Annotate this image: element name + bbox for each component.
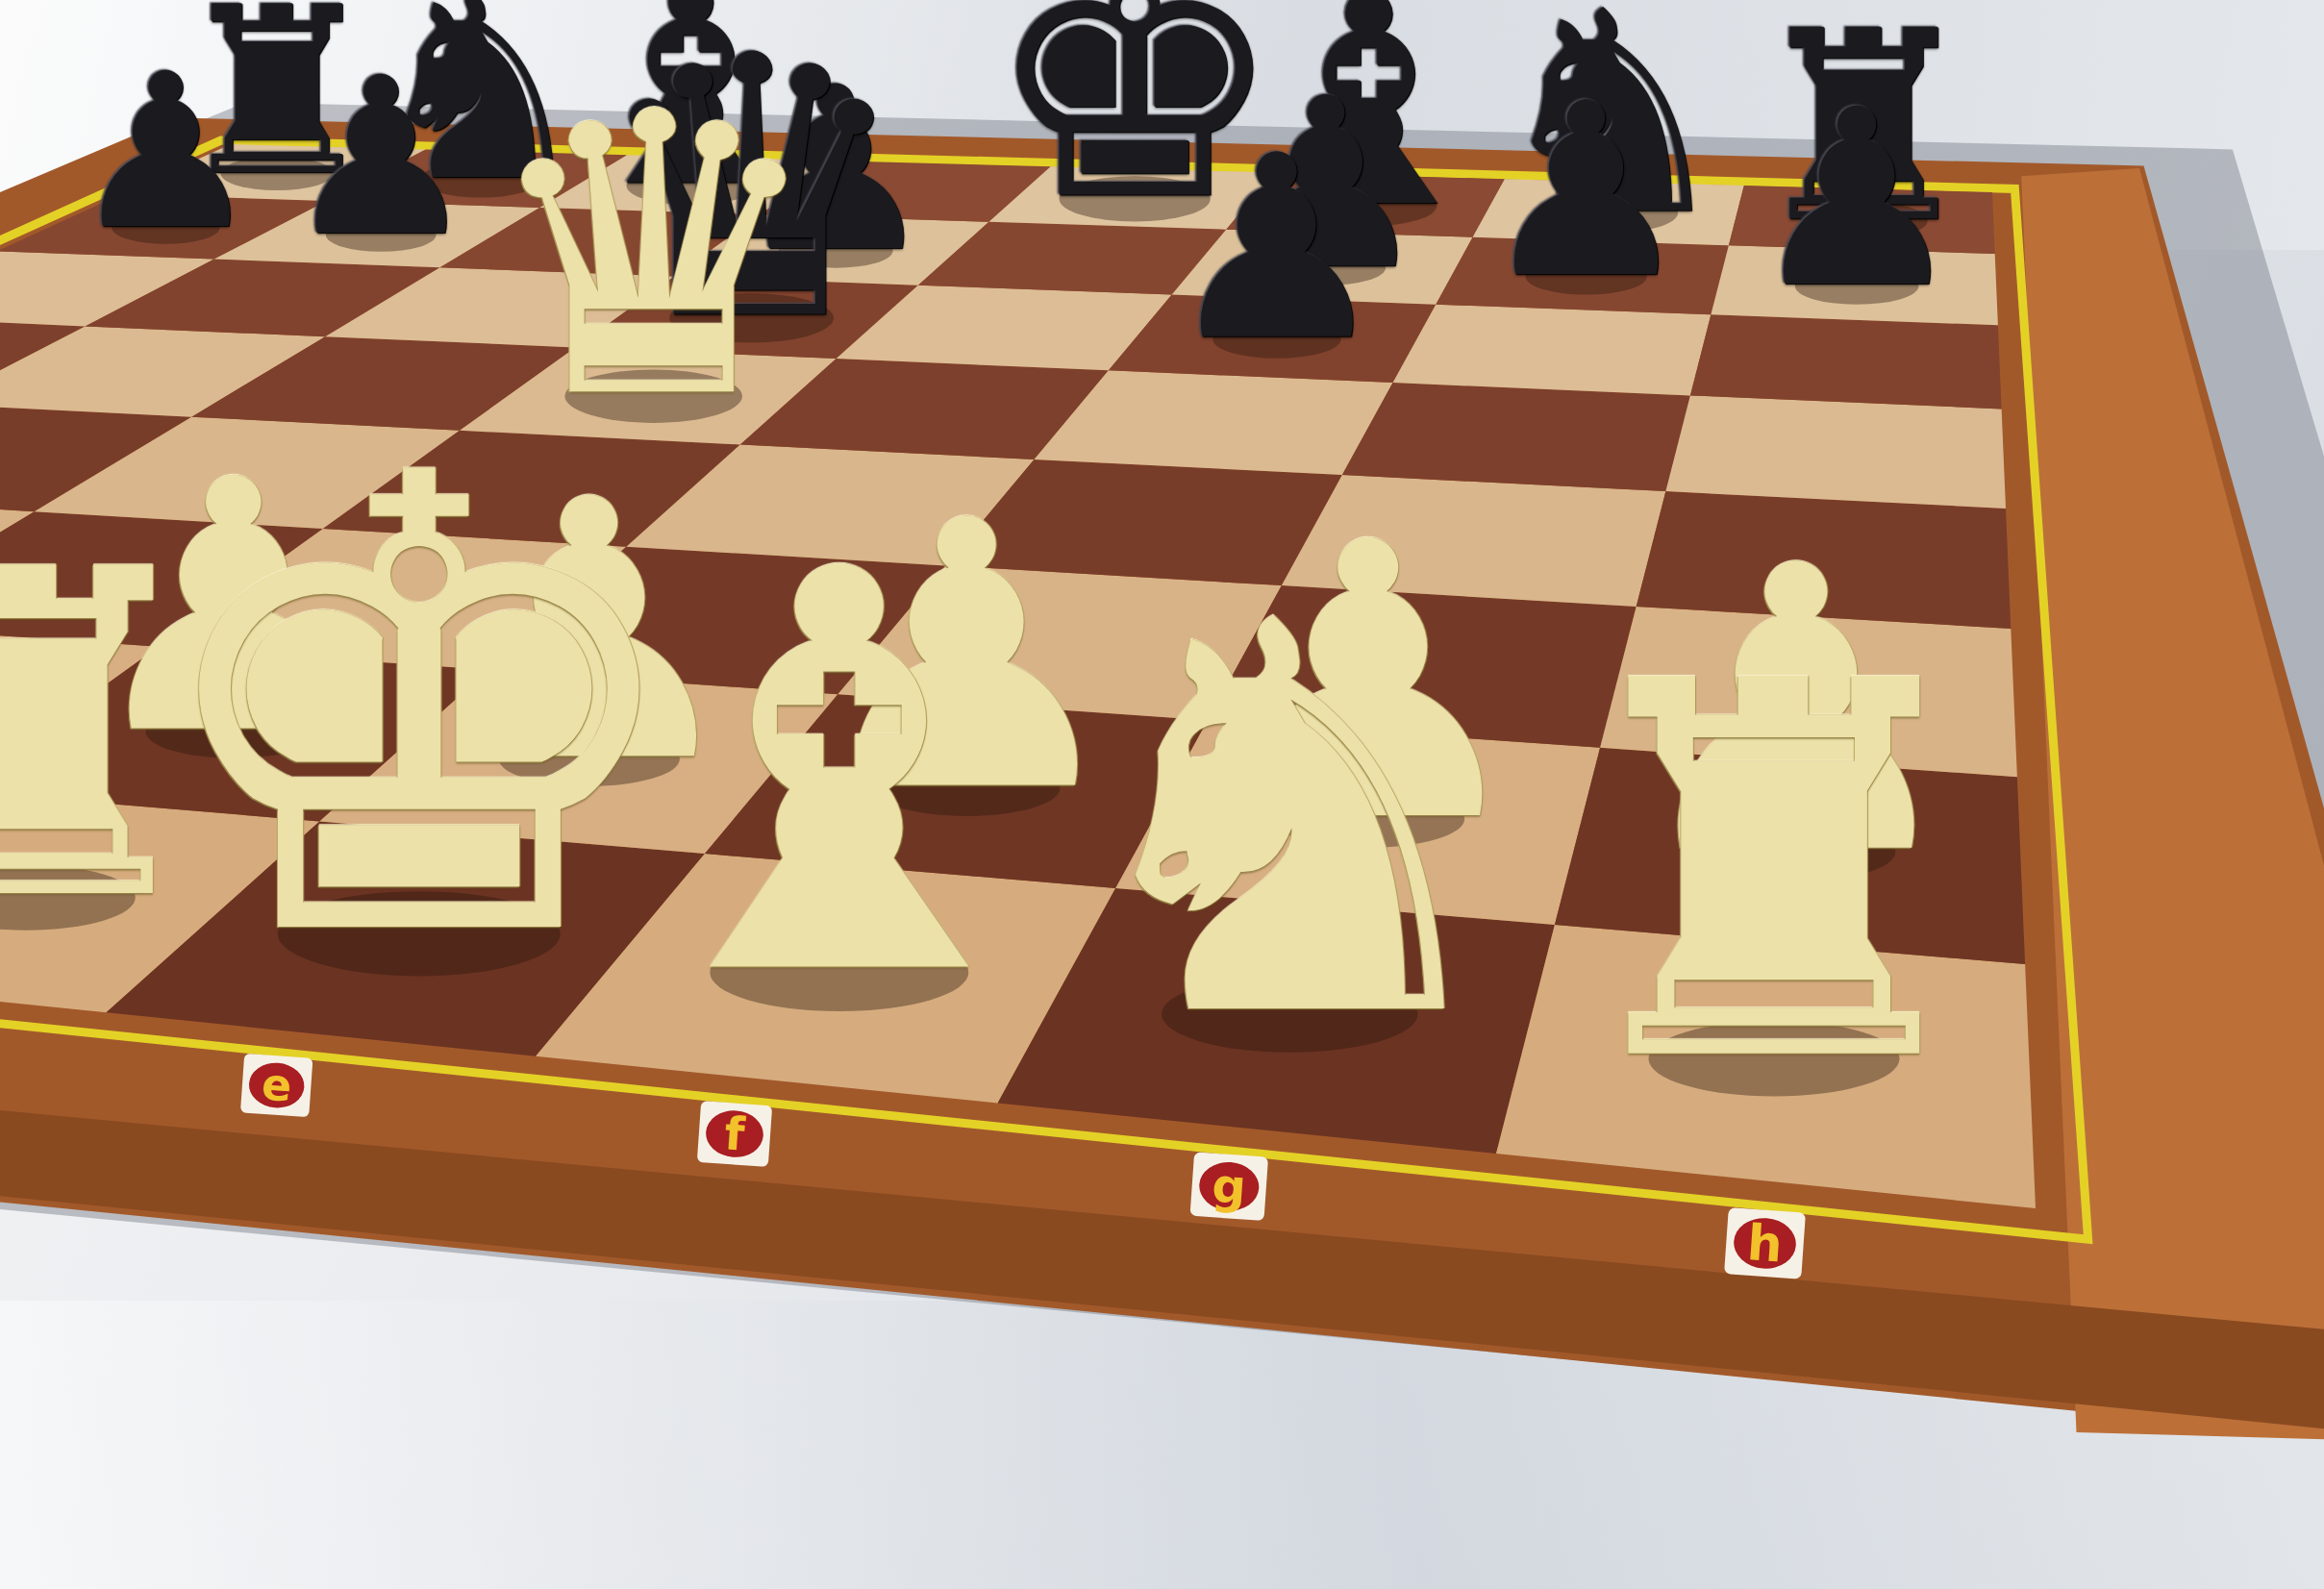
white-rook-h1[interactable]: ♜ xyxy=(1542,616,2006,1133)
file-label-h: h xyxy=(1724,1207,1806,1279)
file-label-g: g xyxy=(1190,1152,1269,1221)
file-label-f: f xyxy=(697,1101,772,1167)
black-pawn-f6[interactable]: ♟ xyxy=(1163,123,1390,376)
photo-scene: efgh ♜♚♝♞♜♟♟♟♟♟♛♜♞♝♚♝♞♜♟♟♟♟♟♟♛♟ Plastic … xyxy=(0,0,2324,1589)
label-letter-h: h xyxy=(1745,1213,1785,1273)
black-pawn-b7[interactable]: ♟ xyxy=(284,49,479,266)
black-pawn-g7[interactable]: ♟ xyxy=(1479,72,1693,311)
black-pawn-h7[interactable]: ♟ xyxy=(1747,77,1966,321)
white-bishop-f1[interactable]: ♝ xyxy=(591,500,1087,1053)
label-letter-g: g xyxy=(1211,1157,1248,1215)
black-pawn-a7[interactable]: ♟ xyxy=(70,45,262,259)
white-knight-g1[interactable]: ♞ xyxy=(1048,553,1532,1092)
